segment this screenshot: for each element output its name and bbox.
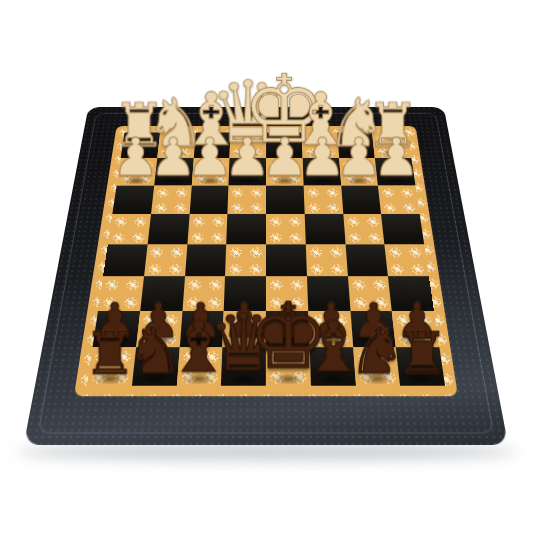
chess-board-grid: ♜♞♝♛♚♝♞♜♟♟♟♟♟♟♟♟♟♟♟♟♟♟♟♟♜♞♝♛♚♝♞♜ <box>87 132 445 385</box>
square-g4 <box>343 214 385 244</box>
square-e3 <box>266 185 304 214</box>
square-c4 <box>187 214 228 244</box>
square-c3 <box>189 185 228 214</box>
square-g3 <box>341 185 382 214</box>
square-f5 <box>306 244 348 276</box>
square-b5 <box>144 244 187 276</box>
board-patterned-margin: ♜♞♝♛♚♝♞♜♟♟♟♟♟♟♟♟♟♟♟♟♟♟♟♟♜♞♝♛♚♝♞♜ <box>74 126 458 396</box>
square-f3 <box>303 185 342 214</box>
square-b3 <box>151 185 192 214</box>
square-a3 <box>112 185 154 214</box>
black-rook: ♜ <box>396 324 448 382</box>
chessboard-photo: ♜♞♝♛♚♝♞♜♟♟♟♟♟♟♟♟♟♟♟♟♟♟♟♟♜♞♝♛♚♝♞♜ <box>0 0 533 533</box>
square-g5 <box>345 244 388 276</box>
square-d4 <box>226 214 266 244</box>
square-e5 <box>266 244 307 276</box>
chess-board-rim: ♜♞♝♛♚♝♞♜♟♟♟♟♟♟♟♟♟♟♟♟♟♟♟♟♜♞♝♛♚♝♞♜ <box>24 107 509 445</box>
square-h3 <box>378 185 420 214</box>
square-a5 <box>103 244 147 276</box>
square-d5 <box>225 244 266 276</box>
square-h8: ♜ <box>396 347 445 386</box>
square-h4 <box>381 214 424 244</box>
square-h2: ♟ <box>375 158 415 185</box>
square-f4 <box>304 214 345 244</box>
white-pawn: ♟ <box>373 131 420 184</box>
square-a4 <box>108 214 151 244</box>
square-b4 <box>147 214 189 244</box>
square-c5 <box>185 244 227 276</box>
perspective-wrapper: ♜♞♝♛♚♝♞♜♟♟♟♟♟♟♟♟♟♟♟♟♟♟♟♟♜♞♝♛♚♝♞♜ <box>0 0 533 533</box>
square-g8: ♞ <box>353 347 401 386</box>
square-h5 <box>385 244 429 276</box>
square-d3 <box>228 185 266 214</box>
square-e4 <box>266 214 306 244</box>
